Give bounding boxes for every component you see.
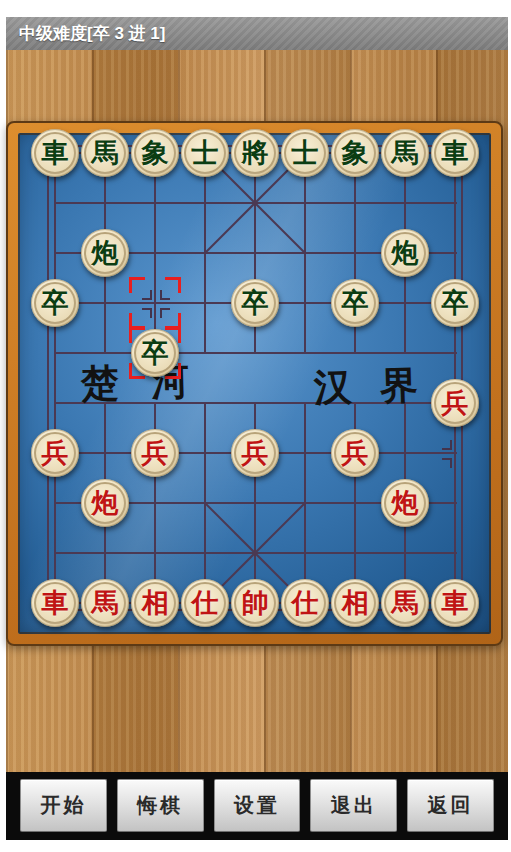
piece-character: 炮 — [92, 490, 119, 517]
piece-face: 車 — [34, 582, 76, 624]
piece-face: 炮 — [84, 232, 126, 274]
piece-black-zu[interactable]: 卒 — [431, 279, 479, 327]
exit-button[interactable]: 退出 — [310, 779, 397, 832]
piece-face: 兵 — [134, 432, 176, 474]
piece-face: 兵 — [434, 382, 476, 424]
back-button[interactable]: 返回 — [407, 779, 494, 832]
piece-character: 相 — [342, 590, 369, 617]
piece-face: 卒 — [434, 282, 476, 324]
piece-face: 兵 — [334, 432, 376, 474]
piece-black-xiang[interactable]: 象 — [331, 129, 379, 177]
piece-red-xiang[interactable]: 相 — [131, 579, 179, 627]
board-frame: 楚河 汉界 車馬象士將士象馬車炮炮卒卒卒卒卒兵兵兵兵兵炮炮車馬相仕帥仕相馬車 — [6, 121, 503, 646]
grid-hline — [55, 352, 457, 354]
piece-black-ma[interactable]: 馬 — [381, 129, 429, 177]
piece-character: 將 — [242, 140, 269, 167]
piece-character: 兵 — [142, 440, 169, 467]
piece-character: 兵 — [42, 440, 69, 467]
undo-button[interactable]: 悔棋 — [117, 779, 204, 832]
piece-face: 仕 — [184, 582, 226, 624]
point-marker — [442, 440, 452, 450]
piece-character: 兵 — [242, 440, 269, 467]
piece-black-pao[interactable]: 炮 — [381, 229, 429, 277]
xiangqi-board[interactable]: 楚河 汉界 車馬象士將士象馬車炮炮卒卒卒卒卒兵兵兵兵兵炮炮車馬相仕帥仕相馬車 — [18, 133, 491, 634]
piece-character: 車 — [442, 140, 469, 167]
piece-black-shi[interactable]: 士 — [281, 129, 329, 177]
piece-face: 象 — [334, 132, 376, 174]
page-title: 中级难度[卒 3 进 1] — [6, 17, 508, 50]
piece-face: 卒 — [334, 282, 376, 324]
piece-face: 帥 — [234, 582, 276, 624]
piece-face: 炮 — [384, 232, 426, 274]
piece-character: 卒 — [342, 290, 369, 317]
piece-character: 帥 — [242, 590, 269, 617]
piece-face: 馬 — [84, 582, 126, 624]
piece-character: 相 — [142, 590, 169, 617]
marker-corner — [129, 277, 145, 293]
wood-background: 楚河 汉界 車馬象士將士象馬車炮炮卒卒卒卒卒兵兵兵兵兵炮炮車馬相仕帥仕相馬車 — [6, 50, 508, 772]
piece-face: 馬 — [84, 132, 126, 174]
piece-red-pao[interactable]: 炮 — [81, 479, 129, 527]
piece-face: 士 — [284, 132, 326, 174]
start-button[interactable]: 开始 — [20, 779, 107, 832]
piece-face: 卒 — [234, 282, 276, 324]
piece-red-xiang[interactable]: 相 — [331, 579, 379, 627]
piece-face: 相 — [334, 582, 376, 624]
piece-character: 卒 — [442, 290, 469, 317]
piece-red-shi[interactable]: 仕 — [181, 579, 229, 627]
piece-red-bing[interactable]: 兵 — [231, 429, 279, 477]
piece-red-ma[interactable]: 馬 — [381, 579, 429, 627]
piece-face: 兵 — [34, 432, 76, 474]
piece-character: 兵 — [442, 390, 469, 417]
piece-character: 仕 — [292, 590, 319, 617]
piece-character: 士 — [192, 140, 219, 167]
piece-black-zu[interactable]: 卒 — [31, 279, 79, 327]
grid-vline — [54, 153, 56, 603]
piece-face: 卒 — [34, 282, 76, 324]
piece-red-bing[interactable]: 兵 — [131, 429, 179, 477]
piece-face: 炮 — [84, 482, 126, 524]
piece-face: 炮 — [384, 482, 426, 524]
piece-red-ma[interactable]: 馬 — [81, 579, 129, 627]
piece-face: 兵 — [234, 432, 276, 474]
river-text-right: 汉界 — [313, 359, 446, 413]
title-bar: 中级难度[卒 3 进 1] — [6, 17, 508, 51]
piece-character: 象 — [142, 140, 169, 167]
piece-black-pao[interactable]: 炮 — [81, 229, 129, 277]
piece-character: 馬 — [92, 140, 119, 167]
piece-face: 馬 — [384, 582, 426, 624]
piece-character: 象 — [342, 140, 369, 167]
piece-face: 仕 — [284, 582, 326, 624]
piece-character: 卒 — [242, 290, 269, 317]
piece-black-zu[interactable]: 卒 — [131, 329, 179, 377]
piece-black-ma[interactable]: 馬 — [81, 129, 129, 177]
piece-character: 炮 — [92, 240, 119, 267]
last-move-from-marker — [129, 277, 181, 329]
piece-face: 象 — [134, 132, 176, 174]
point-marker — [442, 458, 452, 468]
piece-character: 兵 — [342, 440, 369, 467]
piece-face: 車 — [434, 132, 476, 174]
piece-black-zu[interactable]: 卒 — [231, 279, 279, 327]
piece-red-bing[interactable]: 兵 — [331, 429, 379, 477]
piece-red-shuai[interactable]: 帥 — [231, 579, 279, 627]
piece-black-shi[interactable]: 士 — [181, 129, 229, 177]
piece-black-ju[interactable]: 車 — [431, 129, 479, 177]
piece-character: 士 — [292, 140, 319, 167]
piece-face: 將 — [234, 132, 276, 174]
piece-character: 車 — [442, 590, 469, 617]
bottom-button-bar: 开始悔棋设置退出返回 — [6, 772, 508, 840]
piece-black-xiang[interactable]: 象 — [131, 129, 179, 177]
piece-face: 車 — [34, 132, 76, 174]
piece-character: 炮 — [392, 240, 419, 267]
piece-character: 卒 — [142, 340, 169, 367]
piece-face: 士 — [184, 132, 226, 174]
piece-character: 車 — [42, 590, 69, 617]
piece-character: 炮 — [392, 490, 419, 517]
piece-character: 仕 — [192, 590, 219, 617]
piece-black-zu[interactable]: 卒 — [331, 279, 379, 327]
piece-character: 卒 — [42, 290, 69, 317]
piece-red-ju[interactable]: 車 — [31, 579, 79, 627]
grid-vline — [454, 153, 456, 603]
xiangqi-app: 中级难度[卒 3 进 1] 楚河 汉界 車馬象士將士象馬車炮炮卒卒卒卒卒兵兵兵兵… — [6, 0, 508, 852]
piece-character: 馬 — [92, 590, 119, 617]
piece-character: 馬 — [392, 590, 419, 617]
piece-red-pao[interactable]: 炮 — [381, 479, 429, 527]
piece-red-ju[interactable]: 車 — [431, 579, 479, 627]
piece-red-bing[interactable]: 兵 — [431, 379, 479, 427]
piece-black-ju[interactable]: 車 — [31, 129, 79, 177]
piece-face: 相 — [134, 582, 176, 624]
piece-character: 馬 — [392, 140, 419, 167]
piece-character: 車 — [42, 140, 69, 167]
piece-face: 馬 — [384, 132, 426, 174]
piece-face: 車 — [434, 582, 476, 624]
settings-button[interactable]: 设置 — [214, 779, 301, 832]
piece-black-jiang[interactable]: 將 — [231, 129, 279, 177]
marker-corner — [165, 277, 181, 293]
piece-red-bing[interactable]: 兵 — [31, 429, 79, 477]
piece-red-shi[interactable]: 仕 — [281, 579, 329, 627]
piece-face: 卒 — [134, 332, 176, 374]
